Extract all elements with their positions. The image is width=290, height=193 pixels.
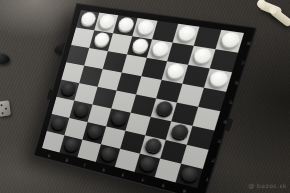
watermark: @ bazos.sk [248, 182, 287, 189]
file-label: A [47, 154, 50, 158]
die [0, 100, 11, 117]
rank-label: 1 [205, 178, 209, 183]
file-label: B [65, 158, 69, 163]
rank-label: 6 [234, 81, 238, 86]
board-frame: ABCDEFGH 87654321 [33, 3, 257, 193]
fallen-black-piece-partial [0, 52, 11, 66]
rank-label: 2 [211, 159, 215, 164]
rank-label: 5 [229, 100, 233, 105]
file-label: F [141, 178, 145, 183]
file-label: E [121, 173, 125, 178]
rank-label: 8 [246, 42, 251, 47]
rank-label: 3 [217, 139, 221, 144]
file-label: G [161, 184, 165, 189]
photo-scene: ABCDEFGH 87654321 @ bazos.sk [0, 0, 290, 193]
frame-hinge-left [47, 89, 54, 100]
rank-label: 7 [240, 61, 244, 66]
file-label: C [83, 163, 87, 168]
board: ABCDEFGH 87654321 [33, 3, 257, 193]
file-label: H [182, 189, 186, 193]
file-label: D [102, 168, 106, 173]
